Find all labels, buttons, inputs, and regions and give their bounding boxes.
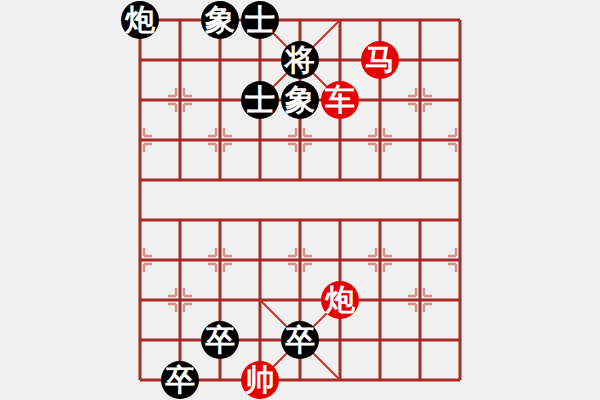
piece-black-cannon[interactable]: 炮 bbox=[121, 1, 159, 39]
piece-red-chariot[interactable]: 车 bbox=[321, 81, 359, 119]
piece-red-cannon[interactable]: 炮 bbox=[321, 281, 359, 319]
piece-red-general[interactable]: 帅 bbox=[241, 361, 279, 399]
piece-black-advisor[interactable]: 士 bbox=[241, 81, 279, 119]
piece-black-elephant[interactable]: 象 bbox=[201, 1, 239, 39]
piece-red-horse[interactable]: 马 bbox=[361, 41, 399, 79]
piece-black-soldier[interactable]: 卒 bbox=[161, 361, 199, 399]
piece-black-soldier[interactable]: 卒 bbox=[201, 321, 239, 359]
xiangqi-board: 炮象士将马士象车炮卒卒卒帅 bbox=[0, 0, 600, 400]
pieces-layer: 炮象士将马士象车炮卒卒卒帅 bbox=[0, 0, 600, 400]
piece-black-advisor[interactable]: 士 bbox=[241, 1, 279, 39]
piece-black-general[interactable]: 将 bbox=[281, 41, 319, 79]
piece-black-soldier[interactable]: 卒 bbox=[281, 321, 319, 359]
piece-black-elephant[interactable]: 象 bbox=[281, 81, 319, 119]
